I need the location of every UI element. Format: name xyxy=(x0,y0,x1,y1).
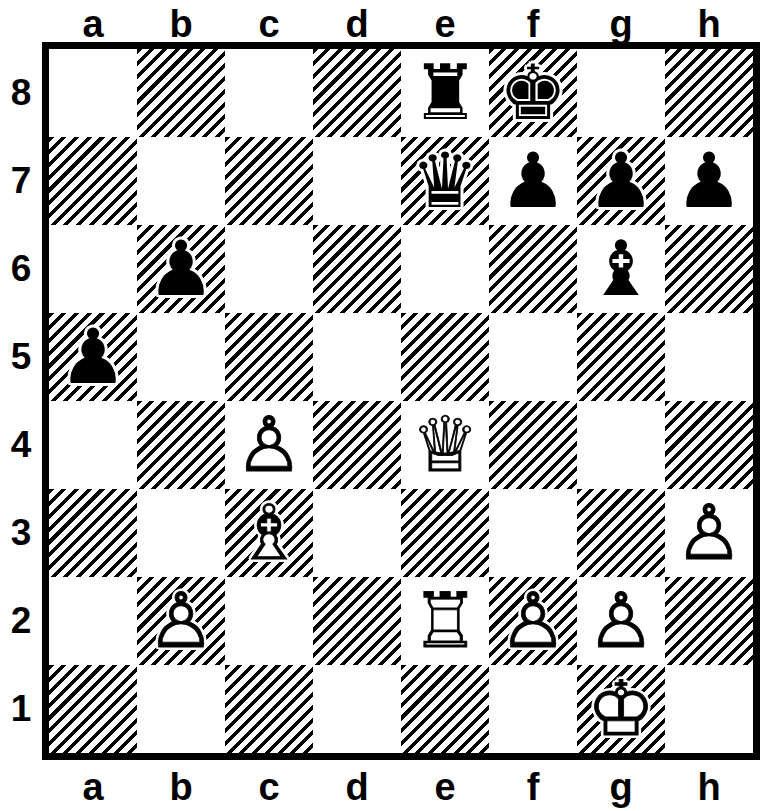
file-labels-bottom: abcdefgh xyxy=(42,760,760,811)
square-f3[interactable] xyxy=(489,489,577,577)
square-e4[interactable]: ♛♕ xyxy=(401,401,489,489)
rank-labels-left: 87654321 xyxy=(0,42,42,760)
square-a8[interactable] xyxy=(49,49,137,137)
rank-label-4: 4 xyxy=(0,401,42,489)
black-piece-glyph: ♜ xyxy=(411,55,479,131)
file-label-bottom-h: h xyxy=(665,769,753,805)
square-d2[interactable] xyxy=(313,577,401,665)
file-label-top-f: f xyxy=(489,6,577,42)
rank-label-3: 3 xyxy=(0,489,42,577)
square-h1[interactable] xyxy=(665,665,753,753)
piece-white-queen-e4[interactable]: ♛♕ xyxy=(401,401,489,489)
square-c6[interactable] xyxy=(225,225,313,313)
square-e3[interactable] xyxy=(401,489,489,577)
square-e1[interactable] xyxy=(401,665,489,753)
piece-white-king-g1[interactable]: ♚♔ xyxy=(577,665,665,753)
square-c1[interactable] xyxy=(225,665,313,753)
file-label-bottom-f: f xyxy=(489,769,577,805)
file-label-bottom-e: e xyxy=(401,769,489,805)
white-piece-outline-glyph: ♙ xyxy=(587,583,655,659)
square-e2[interactable]: ♜♖ xyxy=(401,577,489,665)
square-d1[interactable] xyxy=(313,665,401,753)
black-piece-glyph: ♟ xyxy=(499,143,567,219)
black-piece-glyph: ♟ xyxy=(587,143,655,219)
file-label-top-e: e xyxy=(401,6,489,42)
file-label-top-h: h xyxy=(665,6,753,42)
square-c7[interactable] xyxy=(225,137,313,225)
file-label-bottom-b: b xyxy=(137,769,225,805)
square-b2[interactable]: ♟♙ xyxy=(137,577,225,665)
file-label-top-g: g xyxy=(577,6,665,42)
white-piece-outline-glyph: ♙ xyxy=(499,583,567,659)
square-h5[interactable] xyxy=(665,313,753,401)
square-c5[interactable] xyxy=(225,313,313,401)
black-piece-glyph: ♟ xyxy=(59,319,127,395)
square-c8[interactable] xyxy=(225,49,313,137)
piece-black-pawn-f7[interactable]: ♟ xyxy=(489,137,577,225)
square-d8[interactable] xyxy=(313,49,401,137)
file-label-top-a: a xyxy=(49,6,137,42)
square-g2[interactable]: ♟♙ xyxy=(577,577,665,665)
piece-white-pawn-g2[interactable]: ♟♙ xyxy=(577,577,665,665)
piece-black-queen-e7[interactable]: ♛ xyxy=(401,137,489,225)
white-piece-outline-glyph: ♙ xyxy=(147,583,215,659)
square-d4[interactable] xyxy=(313,401,401,489)
piece-black-rook-e8[interactable]: ♜ xyxy=(401,49,489,137)
square-g7[interactable]: ♟ xyxy=(577,137,665,225)
piece-black-king-f8[interactable]: ♚ xyxy=(489,49,577,137)
square-g3[interactable] xyxy=(577,489,665,577)
chessboard: ♜♚♛♟♟♟♟♝♟♟♙♛♕♝♗♟♙♟♙♜♖♟♙♟♙♚♔ xyxy=(42,42,760,760)
square-e7[interactable]: ♛ xyxy=(401,137,489,225)
piece-white-pawn-h3[interactable]: ♟♙ xyxy=(665,489,753,577)
square-d3[interactable] xyxy=(313,489,401,577)
file-label-bottom-a: a xyxy=(49,769,137,805)
square-g6[interactable]: ♝ xyxy=(577,225,665,313)
square-d5[interactable] xyxy=(313,313,401,401)
white-piece-outline-glyph: ♙ xyxy=(675,495,743,571)
white-piece-outline-glyph: ♕ xyxy=(411,407,479,483)
rank-label-2: 2 xyxy=(0,577,42,665)
piece-black-pawn-h7[interactable]: ♟ xyxy=(665,137,753,225)
square-h4[interactable] xyxy=(665,401,753,489)
square-b3[interactable] xyxy=(137,489,225,577)
file-label-bottom-c: c xyxy=(225,769,313,805)
square-f5[interactable] xyxy=(489,313,577,401)
square-e6[interactable] xyxy=(401,225,489,313)
piece-white-pawn-b2[interactable]: ♟♙ xyxy=(137,577,225,665)
square-g5[interactable] xyxy=(577,313,665,401)
square-a4[interactable] xyxy=(49,401,137,489)
square-h6[interactable] xyxy=(665,225,753,313)
rank-label-6: 6 xyxy=(0,225,42,313)
top-left-corner-spacer xyxy=(0,0,42,42)
white-piece-outline-glyph: ♙ xyxy=(235,407,303,483)
black-piece-glyph: ♚ xyxy=(499,55,567,131)
square-e5[interactable] xyxy=(401,313,489,401)
piece-white-pawn-c4[interactable]: ♟♙ xyxy=(225,401,313,489)
bottom-left-corner-spacer xyxy=(0,760,42,811)
black-piece-glyph: ♟ xyxy=(675,143,743,219)
square-a6[interactable] xyxy=(49,225,137,313)
square-a3[interactable] xyxy=(49,489,137,577)
black-piece-glyph: ♛ xyxy=(411,143,479,219)
square-h3[interactable]: ♟♙ xyxy=(665,489,753,577)
square-g8[interactable] xyxy=(577,49,665,137)
file-label-top-c: c xyxy=(225,6,313,42)
square-h7[interactable]: ♟ xyxy=(665,137,753,225)
file-label-bottom-g: g xyxy=(577,769,665,805)
rank-label-5: 5 xyxy=(0,313,42,401)
square-b1[interactable] xyxy=(137,665,225,753)
square-h8[interactable] xyxy=(665,49,753,137)
white-piece-outline-glyph: ♖ xyxy=(411,583,479,659)
piece-white-bishop-c3[interactable]: ♝♗ xyxy=(225,489,313,577)
file-label-bottom-d: d xyxy=(313,769,401,805)
square-b8[interactable] xyxy=(137,49,225,137)
square-f6[interactable] xyxy=(489,225,577,313)
square-f8[interactable]: ♚ xyxy=(489,49,577,137)
square-b7[interactable] xyxy=(137,137,225,225)
square-f4[interactable] xyxy=(489,401,577,489)
file-label-top-b: b xyxy=(137,6,225,42)
rank-label-1: 1 xyxy=(0,665,42,753)
square-a2[interactable] xyxy=(49,577,137,665)
white-piece-outline-glyph: ♔ xyxy=(587,671,655,747)
white-piece-outline-glyph: ♗ xyxy=(235,495,303,571)
square-b6[interactable]: ♟ xyxy=(137,225,225,313)
square-c3[interactable]: ♝♗ xyxy=(225,489,313,577)
square-g1[interactable]: ♚♔ xyxy=(577,665,665,753)
square-f2[interactable]: ♟♙ xyxy=(489,577,577,665)
diagram-layout: abcdefgh 87654321 ♜♚♛♟♟♟♟♝♟♟♙♛♕♝♗♟♙♟♙♜♖♟… xyxy=(0,0,760,811)
piece-white-rook-e2[interactable]: ♜♖ xyxy=(401,577,489,665)
square-a7[interactable] xyxy=(49,137,137,225)
rank-label-8: 8 xyxy=(0,49,42,137)
rank-label-7: 7 xyxy=(0,137,42,225)
square-c2[interactable] xyxy=(225,577,313,665)
square-b4[interactable] xyxy=(137,401,225,489)
piece-white-pawn-f2[interactable]: ♟♙ xyxy=(489,577,577,665)
square-a1[interactable] xyxy=(49,665,137,753)
square-e8[interactable]: ♜ xyxy=(401,49,489,137)
square-c4[interactable]: ♟♙ xyxy=(225,401,313,489)
square-b5[interactable] xyxy=(137,313,225,401)
black-piece-glyph: ♟ xyxy=(147,231,215,307)
square-f7[interactable]: ♟ xyxy=(489,137,577,225)
square-a5[interactable]: ♟ xyxy=(49,313,137,401)
piece-black-pawn-g7[interactable]: ♟ xyxy=(577,137,665,225)
square-g4[interactable] xyxy=(577,401,665,489)
file-label-top-d: d xyxy=(313,6,401,42)
piece-black-pawn-b6[interactable]: ♟ xyxy=(137,225,225,313)
black-piece-glyph: ♝ xyxy=(587,231,655,307)
file-labels-top: abcdefgh xyxy=(42,0,760,42)
square-h2[interactable] xyxy=(665,577,753,665)
piece-black-pawn-a5[interactable]: ♟ xyxy=(49,313,137,401)
chess-diagram: abcdefgh 87654321 ♜♚♛♟♟♟♟♝♟♟♙♛♕♝♗♟♙♟♙♜♖♟… xyxy=(0,0,760,811)
square-d7[interactable] xyxy=(313,137,401,225)
square-d6[interactable] xyxy=(313,225,401,313)
piece-black-bishop-g6[interactable]: ♝ xyxy=(577,225,665,313)
square-f1[interactable] xyxy=(489,665,577,753)
